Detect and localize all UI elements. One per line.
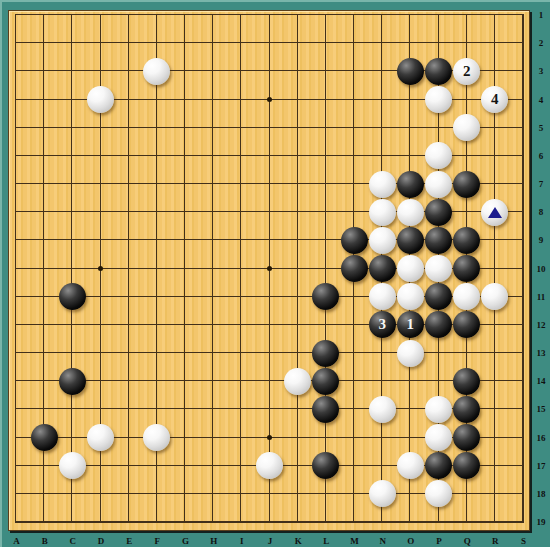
col-label-M: M	[345, 535, 364, 547]
white-stone-P6	[425, 142, 452, 169]
white-stone-P15	[425, 396, 452, 423]
black-stone-L17	[312, 452, 339, 479]
black-stone-L11	[312, 283, 339, 310]
row-label-13: 13	[531, 347, 550, 359]
white-stone-Q5	[453, 114, 480, 141]
go-board[interactable]: 2431	[8, 10, 530, 531]
black-stone-Q14	[453, 368, 480, 395]
white-stone-J17	[256, 452, 283, 479]
move-number: 1	[407, 311, 415, 338]
black-stone-N10	[369, 255, 396, 282]
row-label-2: 2	[531, 37, 550, 49]
move-number: 4	[491, 86, 499, 113]
white-stone-O13	[397, 340, 424, 367]
white-stone-O10	[397, 255, 424, 282]
col-label-R: R	[486, 535, 505, 547]
board-grid: 2431	[15, 14, 524, 523]
black-stone-L14	[312, 368, 339, 395]
col-label-S: S	[514, 535, 533, 547]
row-label-8: 8	[531, 206, 550, 218]
row-label-3: 3	[531, 65, 550, 77]
row-label-14: 14	[531, 375, 550, 387]
row-label-7: 7	[531, 178, 550, 190]
black-stone-P8	[425, 199, 452, 226]
white-stone-P7	[425, 171, 452, 198]
black-stone-C11	[59, 283, 86, 310]
row-label-11: 11	[531, 291, 550, 303]
row-label-9: 9	[531, 234, 550, 246]
triangle-marker	[488, 207, 502, 218]
black-stone-M9	[341, 227, 368, 254]
col-label-E: E	[120, 535, 139, 547]
row-label-1: 1	[531, 9, 550, 21]
white-stone-D4	[87, 86, 114, 113]
white-stone-P16	[425, 424, 452, 451]
col-label-D: D	[92, 535, 111, 547]
row-label-4: 4	[531, 94, 550, 106]
white-stone-Q11	[453, 283, 480, 310]
col-label-L: L	[317, 535, 336, 547]
black-stone-Q16	[453, 424, 480, 451]
white-stone-R4: 4	[481, 86, 508, 113]
black-stone-P3	[425, 58, 452, 85]
white-stone-P18	[425, 480, 452, 507]
col-label-F: F	[148, 535, 167, 547]
black-stone-Q9	[453, 227, 480, 254]
white-stone-N9	[369, 227, 396, 254]
white-stone-N18	[369, 480, 396, 507]
row-label-17: 17	[531, 460, 550, 472]
row-label-15: 15	[531, 403, 550, 415]
star-point	[98, 266, 103, 271]
black-stone-C14	[59, 368, 86, 395]
row-label-6: 6	[531, 150, 550, 162]
star-point	[267, 435, 272, 440]
col-label-G: G	[176, 535, 195, 547]
black-stone-O12: 1	[397, 311, 424, 338]
black-stone-P11	[425, 283, 452, 310]
white-stone-C17	[59, 452, 86, 479]
row-label-5: 5	[531, 122, 550, 134]
star-point	[267, 266, 272, 271]
col-label-K: K	[289, 535, 308, 547]
white-stone-Q3: 2	[453, 58, 480, 85]
col-label-B: B	[35, 535, 54, 547]
black-stone-P12	[425, 311, 452, 338]
black-stone-O9	[397, 227, 424, 254]
col-label-I: I	[232, 535, 251, 547]
black-stone-O3	[397, 58, 424, 85]
col-label-O: O	[401, 535, 420, 547]
col-label-J: J	[261, 535, 280, 547]
col-label-C: C	[63, 535, 82, 547]
black-stone-B16	[31, 424, 58, 451]
black-stone-L15	[312, 396, 339, 423]
white-stone-O11	[397, 283, 424, 310]
row-label-19: 19	[531, 516, 550, 528]
black-stone-Q15	[453, 396, 480, 423]
white-stone-N7	[369, 171, 396, 198]
black-stone-O7	[397, 171, 424, 198]
black-stone-M10	[341, 255, 368, 282]
black-stone-P9	[425, 227, 452, 254]
black-stone-Q12	[453, 311, 480, 338]
white-stone-O8	[397, 199, 424, 226]
row-label-18: 18	[531, 488, 550, 500]
black-stone-Q10	[453, 255, 480, 282]
black-stone-P17	[425, 452, 452, 479]
col-label-N: N	[373, 535, 392, 547]
white-stone-N15	[369, 396, 396, 423]
white-stone-F16	[143, 424, 170, 451]
row-label-10: 10	[531, 263, 550, 275]
white-stone-N8	[369, 199, 396, 226]
move-number: 3	[378, 311, 386, 338]
black-stone-N12: 3	[369, 311, 396, 338]
row-label-12: 12	[531, 319, 550, 331]
row-label-16: 16	[531, 432, 550, 444]
go-board-panel: 2431 ABCDEFGHIJKLMNOPQRS 123456789101112…	[0, 0, 550, 547]
white-stone-D16	[87, 424, 114, 451]
col-label-A: A	[7, 535, 26, 547]
white-stone-R11	[481, 283, 508, 310]
white-stone-P10	[425, 255, 452, 282]
white-stone-N11	[369, 283, 396, 310]
white-stone-K14	[284, 368, 311, 395]
black-stone-L13	[312, 340, 339, 367]
black-stone-Q7	[453, 171, 480, 198]
black-stone-Q17	[453, 452, 480, 479]
white-stone-R8	[481, 199, 508, 226]
white-stone-O17	[397, 452, 424, 479]
col-label-Q: Q	[458, 535, 477, 547]
white-stone-F3	[143, 58, 170, 85]
col-label-P: P	[430, 535, 449, 547]
white-stone-P4	[425, 86, 452, 113]
col-label-H: H	[204, 535, 223, 547]
move-number: 2	[463, 58, 471, 85]
star-point	[267, 97, 272, 102]
